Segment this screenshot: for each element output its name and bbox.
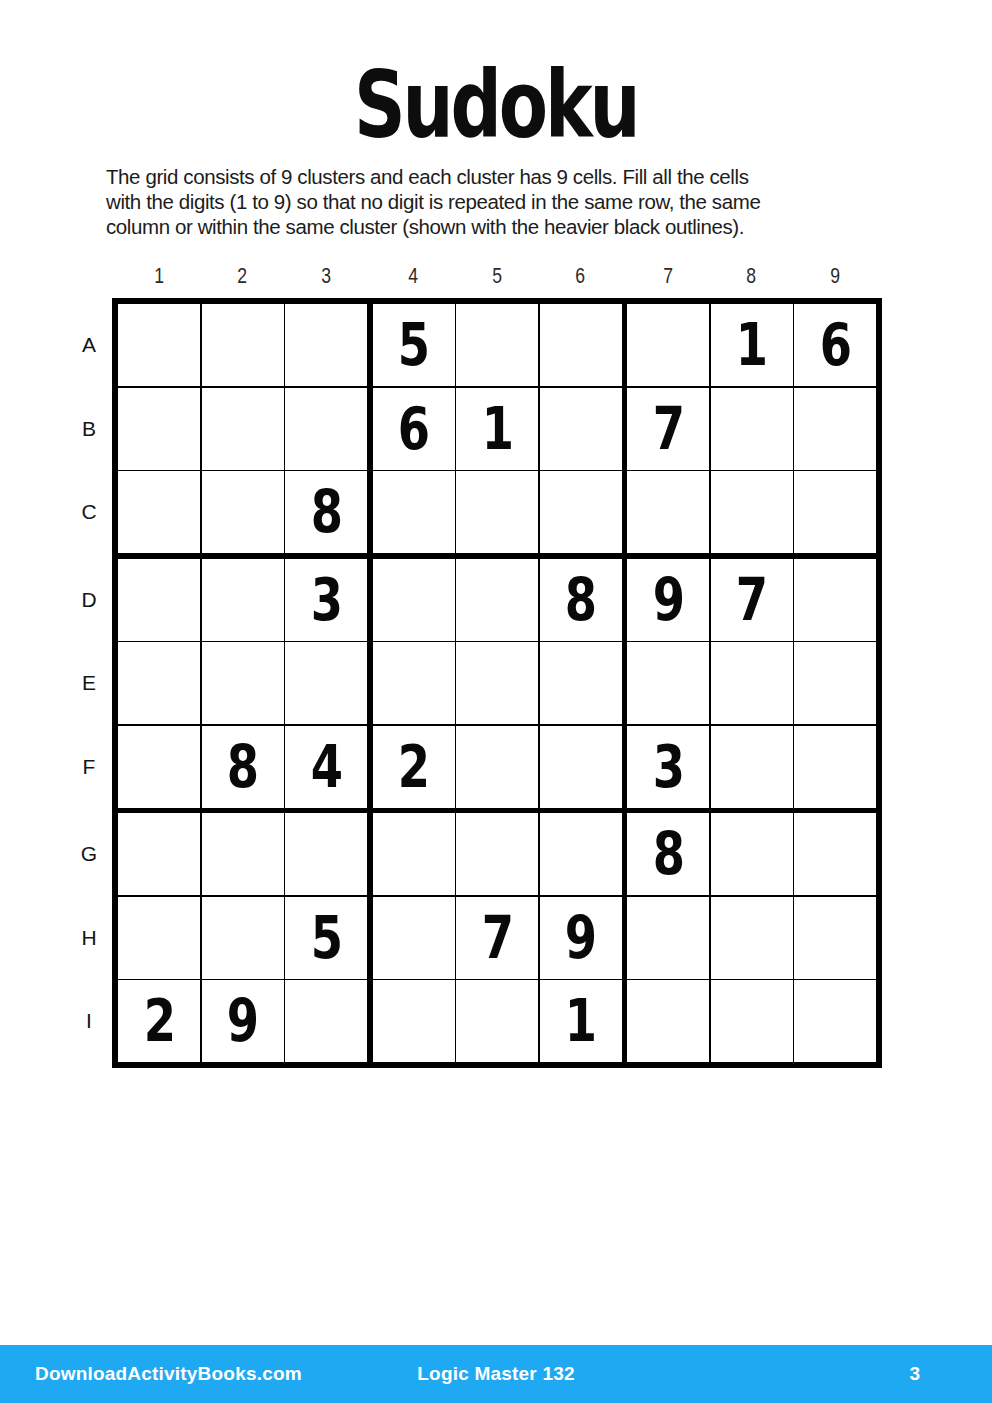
sudoku-cell[interactable] — [373, 813, 455, 895]
sudoku-cell[interactable] — [373, 642, 455, 724]
column-label-text: 9 — [830, 263, 840, 289]
instructions-line-2: with the digits (1 to 9) so that no digi… — [106, 189, 916, 214]
sudoku-cell[interactable] — [118, 726, 200, 808]
cell-digit: 9 — [653, 559, 684, 641]
sudoku-cell[interactable] — [202, 897, 284, 979]
sudoku-cell: 9 — [540, 897, 622, 979]
column-label-text: 7 — [663, 263, 673, 289]
column-label: 3 — [285, 260, 367, 292]
sudoku-cell: 5 — [285, 897, 367, 979]
sudoku-cell[interactable] — [540, 813, 622, 895]
cell-digit: 6 — [398, 388, 429, 470]
sudoku-cell[interactable] — [540, 304, 622, 386]
row-label: F — [72, 726, 106, 808]
column-label: 1 — [118, 260, 200, 292]
column-label: 7 — [627, 260, 709, 292]
sudoku-cell[interactable] — [285, 980, 367, 1062]
sudoku-cell[interactable] — [711, 897, 793, 979]
sudoku-cell[interactable] — [202, 559, 284, 641]
cell-digit: 7 — [736, 559, 767, 641]
instructions: The grid consists of 9 clusters and each… — [106, 164, 916, 239]
sudoku-cell[interactable] — [540, 642, 622, 724]
sudoku-cell[interactable] — [456, 813, 538, 895]
sudoku-cell: 9 — [202, 980, 284, 1062]
sudoku-cell: 2 — [373, 726, 455, 808]
cell-digit: 1 — [565, 980, 596, 1062]
sudoku-cell[interactable] — [711, 471, 793, 553]
cell-digit: 2 — [398, 726, 429, 808]
row-label: C — [72, 471, 106, 553]
column-label-text: 1 — [154, 263, 164, 289]
sudoku-cell[interactable] — [202, 813, 284, 895]
cell-digit: 2 — [144, 980, 175, 1062]
sudoku-cell: 2 — [118, 980, 200, 1062]
sudoku-cell[interactable] — [794, 980, 876, 1062]
sudoku-cell: 8 — [627, 813, 709, 895]
sudoku-cell[interactable] — [540, 726, 622, 808]
cell-digit: 3 — [311, 559, 342, 641]
sudoku-cell: 7 — [456, 897, 538, 979]
sudoku-cell[interactable] — [711, 980, 793, 1062]
sudoku-cell[interactable] — [627, 980, 709, 1062]
cell-digit: 8 — [565, 559, 596, 641]
instructions-line-1: The grid consists of 9 clusters and each… — [106, 164, 916, 189]
puzzle-page: Sudoku The grid consists of 9 clusters a… — [0, 0, 992, 1403]
footer-series-title: Logic Master 132 — [0, 1345, 992, 1403]
sudoku-cell: 7 — [711, 559, 793, 641]
column-label-text: 3 — [321, 263, 331, 289]
column-label-text: 2 — [238, 263, 248, 289]
column-label: 4 — [373, 260, 455, 292]
sudoku-cell[interactable] — [285, 813, 367, 895]
sudoku-cell[interactable] — [118, 471, 200, 553]
sudoku-cell[interactable] — [794, 559, 876, 641]
cell-digit: 3 — [653, 726, 684, 808]
cell-digit: 5 — [311, 897, 342, 979]
sudoku-cell[interactable] — [285, 388, 367, 470]
row-label: B — [72, 388, 106, 470]
column-label-text: 5 — [492, 263, 502, 289]
sudoku-cell[interactable] — [540, 471, 622, 553]
sudoku-cell[interactable] — [456, 726, 538, 808]
column-label: 2 — [202, 260, 284, 292]
cell-digit: 8 — [227, 726, 258, 808]
sudoku-cell[interactable] — [627, 897, 709, 979]
sudoku-cell[interactable] — [794, 388, 876, 470]
cell-digit: 1 — [482, 388, 513, 470]
cell-digit: 9 — [227, 980, 258, 1062]
instructions-line-3: column or within the same cluster (shown… — [106, 214, 916, 239]
sudoku-cell[interactable] — [202, 642, 284, 724]
sudoku-cell[interactable] — [540, 388, 622, 470]
sudoku-cell[interactable] — [202, 304, 284, 386]
sudoku-cell[interactable] — [794, 726, 876, 808]
column-label-text: 4 — [409, 263, 419, 289]
sudoku-cell[interactable] — [711, 642, 793, 724]
row-label: I — [72, 980, 106, 1062]
sudoku-cell: 3 — [627, 726, 709, 808]
sudoku-cell[interactable] — [118, 559, 200, 641]
sudoku-cell[interactable] — [202, 471, 284, 553]
row-label: D — [72, 559, 106, 641]
sudoku-cell[interactable] — [373, 980, 455, 1062]
sudoku-cell[interactable] — [794, 897, 876, 979]
sudoku-cell[interactable] — [456, 559, 538, 641]
column-label: 8 — [711, 260, 793, 292]
row-label: G — [72, 813, 106, 895]
cell-digit: 8 — [311, 471, 342, 553]
cell-digit: 7 — [482, 897, 513, 979]
sudoku-cell[interactable] — [373, 471, 455, 553]
cell-digit: 5 — [398, 304, 429, 386]
row-label: A — [72, 304, 106, 386]
sudoku-cell: 6 — [373, 388, 455, 470]
sudoku-cell[interactable] — [627, 304, 709, 386]
cell-digit: 6 — [820, 304, 851, 386]
sudoku-cell[interactable] — [373, 559, 455, 641]
sudoku-cell: 3 — [285, 559, 367, 641]
sudoku-cell: 9 — [627, 559, 709, 641]
sudoku-cell[interactable] — [711, 813, 793, 895]
sudoku-cell: 8 — [540, 559, 622, 641]
sudoku-cell: 8 — [285, 471, 367, 553]
sudoku-cell[interactable] — [456, 642, 538, 724]
sudoku-cell[interactable] — [285, 304, 367, 386]
column-label-text: 6 — [576, 263, 586, 289]
sudoku-cell[interactable] — [285, 642, 367, 724]
sudoku-cell[interactable] — [202, 388, 284, 470]
sudoku-cell[interactable] — [794, 642, 876, 724]
sudoku-cell[interactable] — [118, 304, 200, 386]
sudoku-cell: 7 — [627, 388, 709, 470]
cell-digit: 1 — [736, 304, 767, 386]
sudoku-cell[interactable] — [794, 813, 876, 895]
column-label: 5 — [456, 260, 538, 292]
page-title: Sudoku — [0, 54, 992, 158]
sudoku-cell[interactable] — [118, 642, 200, 724]
cell-digit: 4 — [311, 726, 342, 808]
column-label: 9 — [794, 260, 876, 292]
sudoku-cell[interactable] — [627, 642, 709, 724]
sudoku-cell[interactable] — [711, 388, 793, 470]
cell-digit: 8 — [653, 813, 684, 895]
footer-bar: DownloadActivityBooks.com Logic Master 1… — [0, 1345, 992, 1403]
row-label: E — [72, 642, 106, 724]
sudoku-cell[interactable] — [373, 897, 455, 979]
sudoku-cell: 8 — [202, 726, 284, 808]
column-label: 6 — [540, 260, 622, 292]
sudoku-cell[interactable] — [627, 471, 709, 553]
sudoku-cell[interactable] — [456, 471, 538, 553]
sudoku-cell[interactable] — [118, 897, 200, 979]
footer-page-number: 3 — [909, 1345, 920, 1403]
sudoku-grid: 5166178389784238579291 — [112, 298, 882, 1068]
sudoku-cell[interactable] — [711, 726, 793, 808]
sudoku-cell: 6 — [794, 304, 876, 386]
sudoku-cell[interactable] — [118, 813, 200, 895]
column-label-text: 8 — [747, 263, 757, 289]
sudoku-cell: 4 — [285, 726, 367, 808]
sudoku-cell[interactable] — [456, 304, 538, 386]
sudoku-cell: 1 — [456, 388, 538, 470]
sudoku-cell[interactable] — [794, 471, 876, 553]
sudoku-cell: 1 — [540, 980, 622, 1062]
sudoku-cell: 1 — [711, 304, 793, 386]
row-label: H — [72, 897, 106, 979]
sudoku-cell[interactable] — [456, 980, 538, 1062]
cell-digit: 9 — [565, 897, 596, 979]
cell-digit: 7 — [653, 388, 684, 470]
sudoku-cell: 5 — [373, 304, 455, 386]
page-title-text: Sudoku — [354, 54, 638, 158]
sudoku-cell[interactable] — [118, 388, 200, 470]
